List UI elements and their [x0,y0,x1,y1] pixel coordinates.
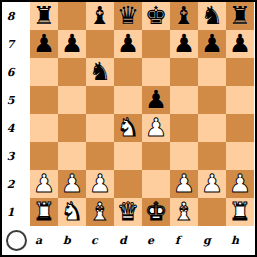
rank-label-6: 6 [2,58,30,86]
white-pawn: ♟ [33,170,55,198]
square-h6[interactable] [226,58,254,86]
square-g7[interactable]: ♟ [198,30,226,58]
square-c8[interactable]: ♝ [86,2,114,30]
square-a1[interactable]: ♜ [30,198,58,226]
white-to-move-indicator [6,230,27,251]
square-h1[interactable]: ♜ [226,198,254,226]
square-a5[interactable] [30,86,58,114]
rank-label-2: 2 [2,170,30,198]
white-knight: ♞ [61,198,83,226]
square-b8[interactable] [58,2,86,30]
rank-label-5: 5 [2,86,30,114]
square-f2[interactable]: ♟ [170,170,198,198]
file-labels: abcdefgh [30,234,254,247]
square-e4[interactable]: ♟ [142,114,170,142]
square-g1[interactable] [198,198,226,226]
square-h4[interactable] [226,114,254,142]
square-a4[interactable] [30,114,58,142]
rank-label-1: 1 [2,198,30,226]
square-a6[interactable] [30,58,58,86]
file-label-f: f [170,234,198,247]
white-pawn: ♟ [229,170,251,198]
black-queen: ♛ [117,2,139,30]
black-bishop: ♝ [173,2,195,30]
square-b7[interactable]: ♟ [58,30,86,58]
square-f6[interactable] [170,58,198,86]
square-b3[interactable] [58,142,86,170]
move-indicator-cell [2,226,30,255]
square-c5[interactable] [86,86,114,114]
square-d4[interactable]: ♞ [114,114,142,142]
black-rook: ♜ [33,2,55,30]
black-knight: ♞ [89,58,111,86]
black-pawn: ♟ [117,30,139,58]
square-g5[interactable] [198,86,226,114]
black-pawn: ♟ [229,30,251,58]
square-b1[interactable]: ♞ [58,198,86,226]
rank-label-4: 4 [2,114,30,142]
square-g2[interactable]: ♟ [198,170,226,198]
square-c3[interactable] [86,142,114,170]
rank-labels: 87654321 [2,2,30,226]
square-f8[interactable]: ♝ [170,2,198,30]
rank-label-7: 7 [2,30,30,58]
square-b2[interactable]: ♟ [58,170,86,198]
rank-label-3: 3 [2,142,30,170]
square-e7[interactable] [142,30,170,58]
chess-diagram: 87654321 ♜♝♛♚♝♞♜♟♟♟♟♟♟♞♟♞♟♟♟♟♟♟♟♜♞♝♛♚♝♜ … [0,0,257,257]
square-h5[interactable] [226,86,254,114]
square-d3[interactable] [114,142,142,170]
square-h2[interactable]: ♟ [226,170,254,198]
white-king: ♚ [145,198,167,226]
file-label-c: c [86,234,114,247]
file-label-b: b [58,234,86,247]
square-d1[interactable]: ♛ [114,198,142,226]
white-pawn: ♟ [89,170,111,198]
square-f3[interactable] [170,142,198,170]
square-b6[interactable] [58,58,86,86]
white-rook: ♜ [33,198,55,226]
square-e5[interactable]: ♟ [142,86,170,114]
square-f5[interactable] [170,86,198,114]
square-c4[interactable] [86,114,114,142]
square-g8[interactable]: ♞ [198,2,226,30]
square-d8[interactable]: ♛ [114,2,142,30]
square-h8[interactable]: ♜ [226,2,254,30]
black-pawn: ♟ [33,30,55,58]
chess-board: ♜♝♛♚♝♞♜♟♟♟♟♟♟♞♟♞♟♟♟♟♟♟♟♜♞♝♛♚♝♜ [30,2,254,226]
black-pawn: ♟ [173,30,195,58]
square-h7[interactable]: ♟ [226,30,254,58]
file-label-a: a [30,234,58,247]
bottom-bar: abcdefgh [2,226,255,255]
square-d6[interactable] [114,58,142,86]
black-knight: ♞ [201,2,223,30]
white-pawn: ♟ [145,114,167,142]
square-c2[interactable]: ♟ [86,170,114,198]
file-label-g: g [198,234,226,247]
square-e2[interactable] [142,170,170,198]
square-d2[interactable] [114,170,142,198]
black-king: ♚ [145,2,167,30]
board-area: 87654321 ♜♝♛♚♝♞♜♟♟♟♟♟♟♞♟♞♟♟♟♟♟♟♟♜♞♝♛♚♝♜ [2,2,255,226]
black-pawn: ♟ [61,30,83,58]
square-e1[interactable]: ♚ [142,198,170,226]
square-c1[interactable]: ♝ [86,198,114,226]
square-g6[interactable] [198,58,226,86]
file-label-h: h [226,234,254,247]
square-e6[interactable] [142,58,170,86]
white-bishop: ♝ [89,198,111,226]
square-d7[interactable]: ♟ [114,30,142,58]
square-e3[interactable] [142,142,170,170]
white-bishop: ♝ [173,198,195,226]
square-f7[interactable]: ♟ [170,30,198,58]
white-knight: ♞ [117,114,139,142]
square-c7[interactable] [86,30,114,58]
square-c6[interactable]: ♞ [86,58,114,86]
square-f1[interactable]: ♝ [170,198,198,226]
square-a8[interactable]: ♜ [30,2,58,30]
white-pawn: ♟ [201,170,223,198]
square-e8[interactable]: ♚ [142,2,170,30]
black-rook: ♜ [229,2,251,30]
square-g3[interactable] [198,142,226,170]
white-pawn: ♟ [173,170,195,198]
square-a2[interactable]: ♟ [30,170,58,198]
square-b5[interactable] [58,86,86,114]
white-pawn: ♟ [61,170,83,198]
square-a3[interactable] [30,142,58,170]
square-g4[interactable] [198,114,226,142]
white-rook: ♜ [229,198,251,226]
square-b4[interactable] [58,114,86,142]
square-f4[interactable] [170,114,198,142]
black-bishop: ♝ [89,2,111,30]
white-queen: ♛ [117,198,139,226]
square-a7[interactable]: ♟ [30,30,58,58]
black-pawn: ♟ [145,86,167,114]
square-h3[interactable] [226,142,254,170]
file-label-e: e [142,234,170,247]
file-label-d: d [114,234,142,247]
black-pawn: ♟ [201,30,223,58]
square-d5[interactable] [114,86,142,114]
rank-label-8: 8 [2,2,30,30]
